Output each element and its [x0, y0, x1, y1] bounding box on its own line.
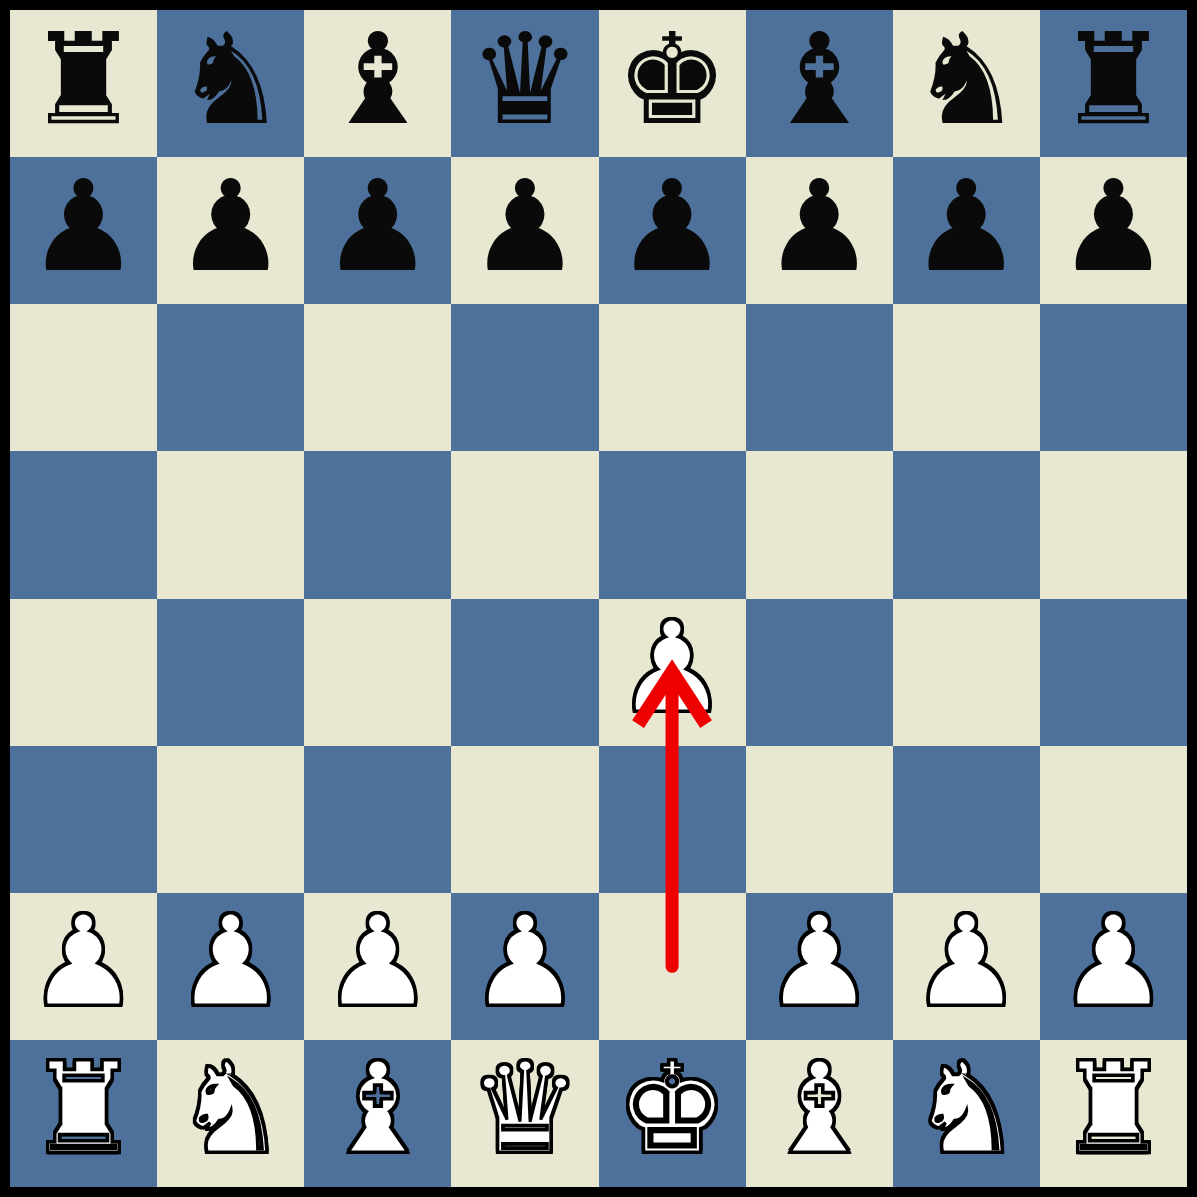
square-b6[interactable] [157, 304, 304, 451]
chess-board: ♜♞♝♛♚♝♞♜♟♟♟♟♟♟♟♟♟♟♟♟♟♟♟♟♜♞♝♛♚♝♞♜ [10, 10, 1187, 1187]
square-c2[interactable]: ♟ [304, 893, 451, 1040]
square-f8[interactable]: ♝ [746, 10, 893, 157]
square-a7[interactable]: ♟ [10, 157, 157, 304]
square-e3[interactable] [599, 746, 746, 893]
chess-board-frame: ♜♞♝♛♚♝♞♜♟♟♟♟♟♟♟♟♟♟♟♟♟♟♟♟♜♞♝♛♚♝♞♜ [0, 0, 1197, 1197]
square-h4[interactable] [1040, 599, 1187, 746]
piece-black-queen[interactable]: ♛ [468, 17, 581, 143]
square-d8[interactable]: ♛ [451, 10, 598, 157]
square-e4[interactable]: ♟ [599, 599, 746, 746]
square-c4[interactable] [304, 599, 451, 746]
square-b8[interactable]: ♞ [157, 10, 304, 157]
square-d2[interactable]: ♟ [451, 893, 598, 1040]
square-c7[interactable]: ♟ [304, 157, 451, 304]
square-d1[interactable]: ♛ [451, 1040, 598, 1187]
square-d3[interactable] [451, 746, 598, 893]
square-h5[interactable] [1040, 451, 1187, 598]
piece-black-knight[interactable]: ♞ [910, 17, 1023, 143]
piece-white-rook[interactable]: ♜ [27, 1046, 140, 1172]
square-d6[interactable] [451, 304, 598, 451]
square-a2[interactable]: ♟ [10, 893, 157, 1040]
square-h2[interactable]: ♟ [1040, 893, 1187, 1040]
square-g1[interactable]: ♞ [893, 1040, 1040, 1187]
square-f4[interactable] [746, 599, 893, 746]
piece-black-bishop[interactable]: ♝ [321, 17, 434, 143]
piece-black-pawn[interactable]: ♟ [910, 164, 1023, 290]
square-e7[interactable]: ♟ [599, 157, 746, 304]
square-b4[interactable] [157, 599, 304, 746]
square-f7[interactable]: ♟ [746, 157, 893, 304]
piece-black-pawn[interactable]: ♟ [616, 164, 729, 290]
square-e6[interactable] [599, 304, 746, 451]
square-b3[interactable] [157, 746, 304, 893]
square-a4[interactable] [10, 599, 157, 746]
piece-white-pawn[interactable]: ♟ [321, 899, 434, 1025]
piece-white-pawn[interactable]: ♟ [763, 899, 876, 1025]
square-g4[interactable] [893, 599, 1040, 746]
square-a8[interactable]: ♜ [10, 10, 157, 157]
square-d7[interactable]: ♟ [451, 157, 598, 304]
piece-white-bishop[interactable]: ♝ [321, 1046, 434, 1172]
piece-black-pawn[interactable]: ♟ [27, 164, 140, 290]
square-c1[interactable]: ♝ [304, 1040, 451, 1187]
piece-white-king[interactable]: ♚ [616, 1046, 729, 1172]
square-h7[interactable]: ♟ [1040, 157, 1187, 304]
piece-white-bishop[interactable]: ♝ [763, 1046, 876, 1172]
square-h3[interactable] [1040, 746, 1187, 893]
square-b5[interactable] [157, 451, 304, 598]
square-c3[interactable] [304, 746, 451, 893]
square-a6[interactable] [10, 304, 157, 451]
square-f6[interactable] [746, 304, 893, 451]
square-g6[interactable] [893, 304, 1040, 451]
piece-black-pawn[interactable]: ♟ [174, 164, 287, 290]
piece-white-pawn[interactable]: ♟ [910, 899, 1023, 1025]
square-b1[interactable]: ♞ [157, 1040, 304, 1187]
square-h8[interactable]: ♜ [1040, 10, 1187, 157]
piece-black-knight[interactable]: ♞ [174, 17, 287, 143]
piece-white-rook[interactable]: ♜ [1057, 1046, 1170, 1172]
square-a3[interactable] [10, 746, 157, 893]
piece-white-pawn[interactable]: ♟ [1057, 899, 1170, 1025]
piece-white-pawn[interactable]: ♟ [174, 899, 287, 1025]
square-c5[interactable] [304, 451, 451, 598]
square-g3[interactable] [893, 746, 1040, 893]
square-c6[interactable] [304, 304, 451, 451]
square-e2[interactable] [599, 893, 746, 1040]
piece-white-knight[interactable]: ♞ [174, 1046, 287, 1172]
piece-black-king[interactable]: ♚ [616, 17, 729, 143]
piece-white-knight[interactable]: ♞ [910, 1046, 1023, 1172]
square-b7[interactable]: ♟ [157, 157, 304, 304]
piece-black-pawn[interactable]: ♟ [763, 164, 876, 290]
square-e5[interactable] [599, 451, 746, 598]
square-g5[interactable] [893, 451, 1040, 598]
piece-black-pawn[interactable]: ♟ [1057, 164, 1170, 290]
square-d5[interactable] [451, 451, 598, 598]
square-b2[interactable]: ♟ [157, 893, 304, 1040]
square-e1[interactable]: ♚ [599, 1040, 746, 1187]
square-g2[interactable]: ♟ [893, 893, 1040, 1040]
piece-white-pawn[interactable]: ♟ [27, 899, 140, 1025]
piece-black-pawn[interactable]: ♟ [468, 164, 581, 290]
square-g7[interactable]: ♟ [893, 157, 1040, 304]
square-c8[interactable]: ♝ [304, 10, 451, 157]
square-h1[interactable]: ♜ [1040, 1040, 1187, 1187]
piece-white-pawn[interactable]: ♟ [468, 899, 581, 1025]
square-f2[interactable]: ♟ [746, 893, 893, 1040]
square-a1[interactable]: ♜ [10, 1040, 157, 1187]
piece-white-pawn[interactable]: ♟ [616, 605, 729, 731]
square-d4[interactable] [451, 599, 598, 746]
square-f1[interactable]: ♝ [746, 1040, 893, 1187]
square-a5[interactable] [10, 451, 157, 598]
piece-black-pawn[interactable]: ♟ [321, 164, 434, 290]
square-h6[interactable] [1040, 304, 1187, 451]
piece-black-bishop[interactable]: ♝ [763, 17, 876, 143]
piece-black-rook[interactable]: ♜ [27, 17, 140, 143]
square-e8[interactable]: ♚ [599, 10, 746, 157]
square-g8[interactable]: ♞ [893, 10, 1040, 157]
square-f3[interactable] [746, 746, 893, 893]
piece-black-rook[interactable]: ♜ [1057, 17, 1170, 143]
piece-white-queen[interactable]: ♛ [468, 1046, 581, 1172]
square-f5[interactable] [746, 451, 893, 598]
